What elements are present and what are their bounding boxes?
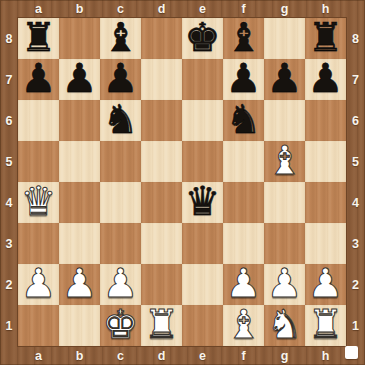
square-g4[interactable] <box>264 182 305 223</box>
white-rook-h1[interactable]: ♜ <box>308 304 344 345</box>
black-knight-f6[interactable]: ♞ <box>226 99 262 140</box>
square-d4[interactable] <box>141 182 182 223</box>
square-h1[interactable]: ♜ <box>305 305 346 346</box>
chess-board[interactable]: ♜♝♚♝♜♟♟♟♟♟♟♞♞♝♛♛♟♟♟♟♟♟♚♜♝♞♜ <box>18 18 346 346</box>
square-f7[interactable]: ♟ <box>223 59 264 100</box>
square-g6[interactable] <box>264 100 305 141</box>
rank-label-left-1: 1 <box>0 305 18 346</box>
square-d1[interactable]: ♜ <box>141 305 182 346</box>
black-bishop-c8[interactable]: ♝ <box>103 17 139 58</box>
rank-label-left-2: 2 <box>0 264 18 305</box>
square-b3[interactable] <box>59 223 100 264</box>
black-pawn-a7[interactable]: ♟ <box>21 58 57 99</box>
white-bishop-f1[interactable]: ♝ <box>226 304 262 345</box>
square-e1[interactable] <box>182 305 223 346</box>
square-f3[interactable] <box>223 223 264 264</box>
file-label-bottom-c: c <box>100 346 141 365</box>
square-b8[interactable] <box>59 18 100 59</box>
square-a3[interactable] <box>18 223 59 264</box>
square-g3[interactable] <box>264 223 305 264</box>
square-e6[interactable] <box>182 100 223 141</box>
square-c3[interactable] <box>100 223 141 264</box>
square-c4[interactable] <box>100 182 141 223</box>
square-g7[interactable]: ♟ <box>264 59 305 100</box>
board-frame: abcdefgh abcdefgh 87654321 87654321 ♜♝♚♝… <box>0 0 365 365</box>
square-h3[interactable] <box>305 223 346 264</box>
file-label-top-g: g <box>264 0 305 18</box>
black-rook-h8[interactable]: ♜ <box>308 17 344 58</box>
black-pawn-h7[interactable]: ♟ <box>308 58 344 99</box>
square-f1[interactable]: ♝ <box>223 305 264 346</box>
white-pawn-a2[interactable]: ♟ <box>21 263 57 304</box>
square-e3[interactable] <box>182 223 223 264</box>
square-c6[interactable]: ♞ <box>100 100 141 141</box>
square-c5[interactable] <box>100 141 141 182</box>
rank-label-right-1: 1 <box>346 305 365 346</box>
white-pawn-g2[interactable]: ♟ <box>267 263 303 304</box>
white-bishop-g5[interactable]: ♝ <box>267 140 303 181</box>
square-b2[interactable]: ♟ <box>59 264 100 305</box>
square-h5[interactable] <box>305 141 346 182</box>
white-pawn-h2[interactable]: ♟ <box>308 263 344 304</box>
square-h8[interactable]: ♜ <box>305 18 346 59</box>
square-g1[interactable]: ♞ <box>264 305 305 346</box>
square-c1[interactable]: ♚ <box>100 305 141 346</box>
square-a7[interactable]: ♟ <box>18 59 59 100</box>
rank-label-right-4: 4 <box>346 182 365 223</box>
square-e5[interactable] <box>182 141 223 182</box>
square-b1[interactable] <box>59 305 100 346</box>
rank-label-left-4: 4 <box>0 182 18 223</box>
black-pawn-g7[interactable]: ♟ <box>267 58 303 99</box>
square-f5[interactable] <box>223 141 264 182</box>
black-knight-c6[interactable]: ♞ <box>103 99 139 140</box>
square-e8[interactable]: ♚ <box>182 18 223 59</box>
white-rook-d1[interactable]: ♜ <box>144 304 180 345</box>
black-queen-e4[interactable]: ♛ <box>185 181 221 222</box>
file-label-top-b: b <box>59 0 100 18</box>
square-b7[interactable]: ♟ <box>59 59 100 100</box>
black-pawn-c7[interactable]: ♟ <box>103 58 139 99</box>
white-king-c1[interactable]: ♚ <box>103 304 139 345</box>
square-e2[interactable] <box>182 264 223 305</box>
square-h2[interactable]: ♟ <box>305 264 346 305</box>
rank-labels-right: 87654321 <box>346 18 365 346</box>
white-knight-g1[interactable]: ♞ <box>267 304 303 345</box>
square-d8[interactable] <box>141 18 182 59</box>
white-queen-a4[interactable]: ♛ <box>21 181 57 222</box>
file-label-top-d: d <box>141 0 182 18</box>
rank-label-left-6: 6 <box>0 100 18 141</box>
square-f6[interactable]: ♞ <box>223 100 264 141</box>
square-d2[interactable] <box>141 264 182 305</box>
square-e4[interactable]: ♛ <box>182 182 223 223</box>
file-label-bottom-b: b <box>59 346 100 365</box>
square-c2[interactable]: ♟ <box>100 264 141 305</box>
file-label-bottom-d: d <box>141 346 182 365</box>
rank-label-right-6: 6 <box>346 100 365 141</box>
rank-label-right-8: 8 <box>346 18 365 59</box>
black-king-e8[interactable]: ♚ <box>185 17 221 58</box>
white-to-move-indicator <box>345 346 358 359</box>
square-c8[interactable]: ♝ <box>100 18 141 59</box>
white-pawn-c2[interactable]: ♟ <box>103 263 139 304</box>
square-h7[interactable]: ♟ <box>305 59 346 100</box>
rank-label-right-3: 3 <box>346 223 365 264</box>
square-h4[interactable] <box>305 182 346 223</box>
square-d3[interactable] <box>141 223 182 264</box>
square-g8[interactable] <box>264 18 305 59</box>
square-b6[interactable] <box>59 100 100 141</box>
file-labels-top: abcdefgh <box>18 0 346 18</box>
file-label-bottom-h: h <box>305 346 346 365</box>
square-a8[interactable]: ♜ <box>18 18 59 59</box>
rank-label-right-2: 2 <box>346 264 365 305</box>
square-h6[interactable] <box>305 100 346 141</box>
square-f2[interactable]: ♟ <box>223 264 264 305</box>
black-pawn-b7[interactable]: ♟ <box>62 58 98 99</box>
rank-label-right-7: 7 <box>346 59 365 100</box>
square-d7[interactable] <box>141 59 182 100</box>
file-label-bottom-g: g <box>264 346 305 365</box>
file-label-bottom-e: e <box>182 346 223 365</box>
square-b5[interactable] <box>59 141 100 182</box>
square-a1[interactable] <box>18 305 59 346</box>
square-a6[interactable] <box>18 100 59 141</box>
rank-label-right-5: 5 <box>346 141 365 182</box>
file-labels-bottom: abcdefgh <box>18 346 346 365</box>
rank-label-left-7: 7 <box>0 59 18 100</box>
file-label-bottom-a: a <box>18 346 59 365</box>
black-pawn-f7[interactable]: ♟ <box>226 58 262 99</box>
square-a5[interactable] <box>18 141 59 182</box>
rank-label-left-5: 5 <box>0 141 18 182</box>
file-label-bottom-f: f <box>223 346 264 365</box>
square-f8[interactable]: ♝ <box>223 18 264 59</box>
square-c7[interactable]: ♟ <box>100 59 141 100</box>
black-rook-a8[interactable]: ♜ <box>21 17 57 58</box>
white-pawn-b2[interactable]: ♟ <box>62 263 98 304</box>
square-d6[interactable] <box>141 100 182 141</box>
square-a2[interactable]: ♟ <box>18 264 59 305</box>
rank-label-left-8: 8 <box>0 18 18 59</box>
white-pawn-f2[interactable]: ♟ <box>226 263 262 304</box>
rank-label-left-3: 3 <box>0 223 18 264</box>
square-d5[interactable] <box>141 141 182 182</box>
square-f4[interactable] <box>223 182 264 223</box>
rank-labels-left: 87654321 <box>0 18 18 346</box>
square-b4[interactable] <box>59 182 100 223</box>
square-a4[interactable]: ♛ <box>18 182 59 223</box>
square-g2[interactable]: ♟ <box>264 264 305 305</box>
black-bishop-f8[interactable]: ♝ <box>226 17 262 58</box>
square-g5[interactable]: ♝ <box>264 141 305 182</box>
square-e7[interactable] <box>182 59 223 100</box>
